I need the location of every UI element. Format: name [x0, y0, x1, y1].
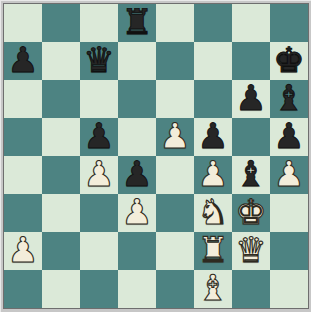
black-queen-piece: ♛	[83, 41, 114, 79]
square-c5[interactable]: ♟	[80, 118, 118, 156]
square-c6[interactable]	[80, 80, 118, 118]
square-d5[interactable]	[118, 118, 156, 156]
white-pawn-piece: ♟	[197, 155, 228, 193]
square-c2[interactable]	[80, 232, 118, 270]
square-c7[interactable]: ♛	[80, 42, 118, 80]
board-frame: ♜♟♛♚♟♝♟♟♟♟♟♟♟♝♟♟♞♚♟♜♛♝	[0, 0, 311, 312]
black-pawn-piece: ♟	[121, 155, 152, 193]
white-pawn-piece: ♟	[83, 155, 114, 193]
square-b1[interactable]	[42, 270, 80, 308]
square-a4[interactable]	[4, 156, 42, 194]
square-d8[interactable]: ♜	[118, 4, 156, 42]
square-b7[interactable]	[42, 42, 80, 80]
square-e4[interactable]	[156, 156, 194, 194]
square-e1[interactable]	[156, 270, 194, 308]
square-c4[interactable]: ♟	[80, 156, 118, 194]
square-f6[interactable]	[194, 80, 232, 118]
square-f5[interactable]: ♟	[194, 118, 232, 156]
square-b5[interactable]	[42, 118, 80, 156]
black-king-piece: ♚	[273, 41, 304, 79]
chess-board: ♜♟♛♚♟♝♟♟♟♟♟♟♟♝♟♟♞♚♟♜♛♝	[3, 3, 309, 309]
square-a2[interactable]: ♟	[4, 232, 42, 270]
square-h6[interactable]: ♝	[270, 80, 308, 118]
square-h7[interactable]: ♚	[270, 42, 308, 80]
square-a7[interactable]: ♟	[4, 42, 42, 80]
square-b6[interactable]	[42, 80, 80, 118]
square-c1[interactable]	[80, 270, 118, 308]
square-d4[interactable]: ♟	[118, 156, 156, 194]
square-e3[interactable]	[156, 194, 194, 232]
square-g3[interactable]: ♚	[232, 194, 270, 232]
square-e8[interactable]	[156, 4, 194, 42]
square-b3[interactable]	[42, 194, 80, 232]
square-b2[interactable]	[42, 232, 80, 270]
square-a3[interactable]	[4, 194, 42, 232]
square-g1[interactable]	[232, 270, 270, 308]
square-g7[interactable]	[232, 42, 270, 80]
square-a5[interactable]	[4, 118, 42, 156]
square-h2[interactable]	[270, 232, 308, 270]
square-e5[interactable]: ♟	[156, 118, 194, 156]
square-e2[interactable]	[156, 232, 194, 270]
black-bishop-piece: ♝	[273, 79, 304, 117]
square-d7[interactable]	[118, 42, 156, 80]
black-rook-piece: ♜	[121, 3, 152, 41]
white-knight-piece: ♞	[197, 193, 228, 231]
square-c3[interactable]	[80, 194, 118, 232]
square-e7[interactable]	[156, 42, 194, 80]
square-b4[interactable]	[42, 156, 80, 194]
black-bishop-piece: ♝	[235, 155, 266, 193]
square-d6[interactable]	[118, 80, 156, 118]
square-d1[interactable]	[118, 270, 156, 308]
square-f2[interactable]: ♜	[194, 232, 232, 270]
white-queen-piece: ♛	[235, 231, 266, 269]
square-f4[interactable]: ♟	[194, 156, 232, 194]
white-pawn-piece: ♟	[7, 231, 38, 269]
white-rook-piece: ♜	[197, 231, 228, 269]
square-g5[interactable]	[232, 118, 270, 156]
black-pawn-piece: ♟	[273, 117, 304, 155]
square-d3[interactable]: ♟	[118, 194, 156, 232]
square-h1[interactable]	[270, 270, 308, 308]
square-e6[interactable]	[156, 80, 194, 118]
square-f8[interactable]	[194, 4, 232, 42]
square-f7[interactable]	[194, 42, 232, 80]
square-a1[interactable]	[4, 270, 42, 308]
black-pawn-piece: ♟	[83, 117, 114, 155]
square-f1[interactable]: ♝	[194, 270, 232, 308]
square-a8[interactable]	[4, 4, 42, 42]
square-g4[interactable]: ♝	[232, 156, 270, 194]
white-pawn-piece: ♟	[273, 155, 304, 193]
square-h5[interactable]: ♟	[270, 118, 308, 156]
square-c8[interactable]	[80, 4, 118, 42]
square-d2[interactable]	[118, 232, 156, 270]
white-pawn-piece: ♟	[159, 117, 190, 155]
square-g8[interactable]	[232, 4, 270, 42]
black-pawn-piece: ♟	[7, 41, 38, 79]
black-pawn-piece: ♟	[197, 117, 228, 155]
white-bishop-piece: ♝	[197, 269, 228, 307]
square-h4[interactable]: ♟	[270, 156, 308, 194]
square-h3[interactable]	[270, 194, 308, 232]
square-a6[interactable]	[4, 80, 42, 118]
square-g2[interactable]: ♛	[232, 232, 270, 270]
white-pawn-piece: ♟	[121, 193, 152, 231]
square-b8[interactable]	[42, 4, 80, 42]
white-king-piece: ♚	[235, 193, 266, 231]
square-h8[interactable]	[270, 4, 308, 42]
square-f3[interactable]: ♞	[194, 194, 232, 232]
black-pawn-piece: ♟	[235, 79, 266, 117]
square-g6[interactable]: ♟	[232, 80, 270, 118]
